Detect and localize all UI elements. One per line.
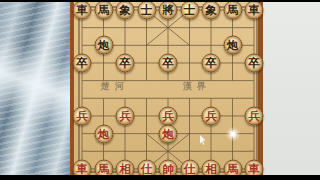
xiangqi-board[interactable]: 楚河 漢界 車馬象士將士象馬車炮炮卒卒卒卒卒兵兵兵兵兵炮炮車馬相仕帥仕相馬車 (70, 0, 263, 177)
piece-black-advisor[interactable]: 士 (180, 1, 199, 20)
piece-black-elephant[interactable]: 象 (202, 1, 221, 20)
piece-red-soldier[interactable]: 兵 (73, 106, 92, 125)
piece-black-horse[interactable]: 馬 (94, 1, 113, 20)
piece-red-soldier[interactable]: 兵 (116, 106, 135, 125)
piece-black-soldier[interactable]: 卒 (245, 53, 264, 72)
river-label-chu-he: 楚河 (101, 81, 129, 91)
piece-red-soldier[interactable]: 兵 (159, 106, 178, 125)
piece-black-soldier[interactable]: 卒 (202, 53, 221, 72)
piece-black-horse[interactable]: 馬 (223, 1, 242, 20)
last-move-origin-marker (228, 129, 237, 138)
piece-black-cannon[interactable]: 炮 (94, 36, 113, 55)
piece-black-chariot[interactable]: 車 (245, 1, 264, 20)
letterbox-bar-bottom (0, 175, 320, 180)
piece-black-soldier[interactable]: 卒 (73, 53, 92, 72)
piece-black-elephant[interactable]: 象 (116, 1, 135, 20)
side-panel-background (263, 2, 320, 176)
piece-black-chariot[interactable]: 車 (73, 1, 92, 20)
piece-black-general[interactable]: 將 (159, 1, 178, 20)
piece-black-soldier[interactable]: 卒 (116, 53, 135, 72)
piece-black-soldier[interactable]: 卒 (159, 53, 178, 72)
piece-black-advisor[interactable]: 士 (137, 1, 156, 20)
letterbox-bar-top (0, 0, 320, 2)
piece-red-cannon[interactable]: 炮 (159, 124, 178, 143)
piece-red-soldier[interactable]: 兵 (202, 106, 221, 125)
video-frame: 楚河 漢界 車馬象士將士象馬車炮炮卒卒卒卒卒兵兵兵兵兵炮炮車馬相仕帥仕相馬車 (0, 0, 320, 180)
mountain-background (0, 2, 70, 176)
piece-black-cannon[interactable]: 炮 (223, 36, 242, 55)
piece-red-soldier[interactable]: 兵 (245, 106, 264, 125)
river-label-han-jie: 漢界 (183, 81, 211, 91)
piece-red-cannon[interactable]: 炮 (94, 124, 113, 143)
